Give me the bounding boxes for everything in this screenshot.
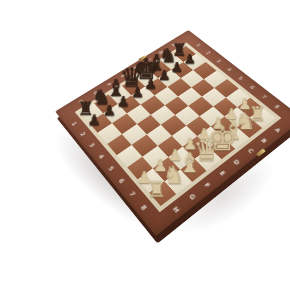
rank-label: 4 xyxy=(226,67,233,72)
rank-label: 8 xyxy=(273,103,281,109)
rank-label: 5 xyxy=(107,164,116,171)
file-label: H xyxy=(172,205,182,214)
rank-label: 1 xyxy=(70,120,78,126)
rank-label: 5 xyxy=(237,75,245,81)
chess-set-photo: 12345678 ABCDEFGH 12345678 ABCDEFGH ♜♟♟♜… xyxy=(0,0,290,290)
file-label: D xyxy=(232,158,241,166)
rank-label: 6 xyxy=(117,177,126,185)
piece-bP: ♟ xyxy=(101,104,118,117)
rank-label: 6 xyxy=(249,84,257,90)
rank-label: 7 xyxy=(128,190,137,198)
piece-bP: ♟ xyxy=(86,114,104,127)
file-label: C xyxy=(247,147,256,154)
board-border-strip: ♜♟♟♜♞♟♟♞♝♟♟♝♚♟♟♚♛♟♟♛♝♟♟♝♞♟♟♞♜♟♟♜ xyxy=(75,43,282,213)
rank-label: 3 xyxy=(215,58,222,63)
file-label: G xyxy=(188,192,198,201)
rank-label: 7 xyxy=(261,94,269,100)
file-label: F xyxy=(203,181,212,189)
file-label: B xyxy=(260,137,269,144)
rank-label: 3 xyxy=(88,141,96,148)
rank-label: 2 xyxy=(79,131,87,137)
rank-label: 4 xyxy=(97,153,106,160)
rank-label: 8 xyxy=(139,203,148,211)
rank-label: 1 xyxy=(195,42,202,47)
piece-wR: ♜ xyxy=(146,180,166,198)
scene: 12345678 ABCDEFGH 12345678 ABCDEFGH ♜♟♟♜… xyxy=(0,0,290,290)
file-label: A xyxy=(273,126,282,133)
rank-label: 2 xyxy=(205,50,212,55)
chess-board: 12345678 ABCDEFGH 12345678 ABCDEFGH ♜♟♟♜… xyxy=(55,30,290,236)
file-label: E xyxy=(218,169,227,177)
